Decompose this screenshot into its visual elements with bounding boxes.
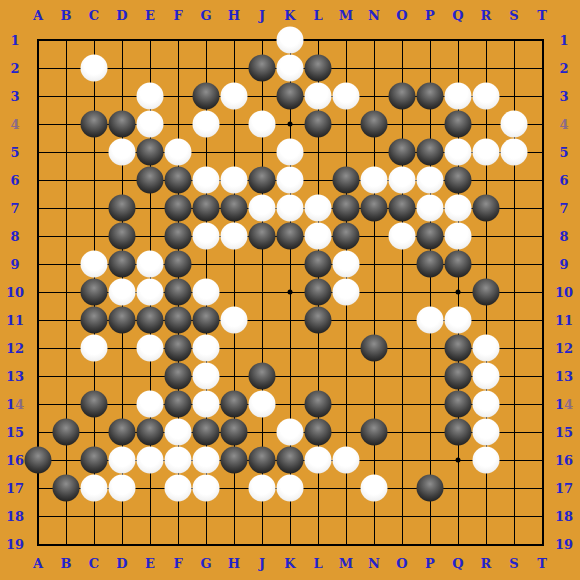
col-label-bottom-K: K (284, 557, 295, 570)
white-stone-D17 (109, 475, 136, 502)
white-stone-H11 (221, 307, 248, 334)
white-stone-G12 (193, 335, 220, 362)
white-stone-H8 (221, 223, 248, 250)
white-stone-G16 (193, 447, 220, 474)
col-label-bottom-S: S (509, 557, 518, 570)
white-stone-M10 (333, 279, 360, 306)
row-label-right-19: 19 (555, 538, 573, 551)
white-stone-D10 (109, 279, 136, 306)
col-label-top-K: K (284, 9, 295, 22)
black-stone-L15 (305, 419, 332, 446)
black-stone-E15 (137, 419, 164, 446)
black-stone-E5 (137, 139, 164, 166)
black-stone-P9 (417, 251, 444, 278)
col-label-top-D: D (116, 9, 127, 22)
black-stone-Q14 (445, 391, 472, 418)
black-stone-F10 (165, 279, 192, 306)
white-stone-C9 (81, 251, 108, 278)
white-stone-K17 (277, 475, 304, 502)
white-stone-D5 (109, 139, 136, 166)
col-label-top-F: F (173, 9, 182, 22)
white-stone-P7 (417, 195, 444, 222)
black-stone-D11 (109, 307, 136, 334)
row-label-right-5: 5 (559, 146, 568, 159)
row-label-left-14: 14 (6, 398, 24, 411)
white-stone-C17 (81, 475, 108, 502)
row-label-left-11: 11 (6, 314, 24, 327)
white-stone-D16 (109, 447, 136, 474)
white-stone-F15 (165, 419, 192, 446)
white-stone-K1 (277, 27, 304, 54)
white-stone-C2 (81, 55, 108, 82)
black-stone-E6 (137, 167, 164, 194)
black-stone-L14 (305, 391, 332, 418)
black-stone-A16 (25, 447, 52, 474)
white-stone-L8 (305, 223, 332, 250)
row-label-right-11: 11 (555, 314, 573, 327)
col-label-bottom-Q: Q (452, 557, 463, 570)
white-stone-K7 (277, 195, 304, 222)
black-stone-N12 (361, 335, 388, 362)
black-stone-B17 (53, 475, 80, 502)
row-label-right-7: 7 (559, 202, 568, 215)
black-stone-L2 (305, 55, 332, 82)
black-stone-Q6 (445, 167, 472, 194)
row-label-left-9: 9 (10, 258, 19, 271)
star-point-Q16 (456, 458, 461, 463)
black-stone-P5 (417, 139, 444, 166)
row-label-left-3: 3 (10, 90, 19, 103)
black-stone-J16 (249, 447, 276, 474)
black-stone-H16 (221, 447, 248, 474)
col-label-bottom-H: H (228, 557, 240, 570)
col-label-top-J: J (259, 9, 265, 22)
black-stone-D7 (109, 195, 136, 222)
row-label-right-10: 10 (555, 286, 573, 299)
black-stone-L4 (305, 111, 332, 138)
black-stone-C4 (81, 111, 108, 138)
white-stone-G13 (193, 363, 220, 390)
col-label-bottom-M: M (339, 557, 353, 570)
black-stone-F6 (165, 167, 192, 194)
col-label-bottom-G: G (200, 557, 211, 570)
black-stone-G7 (193, 195, 220, 222)
white-stone-Q5 (445, 139, 472, 166)
black-stone-D15 (109, 419, 136, 446)
white-stone-R3 (473, 83, 500, 110)
white-stone-Q11 (445, 307, 472, 334)
row-label-left-13: 13 (6, 370, 24, 383)
black-stone-O5 (389, 139, 416, 166)
row-label-left-4: 4 (10, 118, 19, 131)
black-stone-C11 (81, 307, 108, 334)
black-stone-C14 (81, 391, 108, 418)
col-label-bottom-N: N (368, 557, 380, 570)
black-stone-F12 (165, 335, 192, 362)
black-stone-H7 (221, 195, 248, 222)
black-stone-N7 (361, 195, 388, 222)
row-label-left-8: 8 (10, 230, 19, 243)
col-label-top-B: B (61, 9, 72, 22)
white-stone-J17 (249, 475, 276, 502)
row-label-left-5: 5 (10, 146, 19, 159)
white-stone-L7 (305, 195, 332, 222)
black-stone-Q4 (445, 111, 472, 138)
white-stone-R15 (473, 419, 500, 446)
white-stone-G17 (193, 475, 220, 502)
black-stone-C16 (81, 447, 108, 474)
white-stone-R12 (473, 335, 500, 362)
black-stone-D9 (109, 251, 136, 278)
black-stone-Q15 (445, 419, 472, 446)
black-stone-D4 (109, 111, 136, 138)
black-stone-K8 (277, 223, 304, 250)
row-label-right-3: 3 (559, 90, 568, 103)
black-stone-Q9 (445, 251, 472, 278)
white-stone-M9 (333, 251, 360, 278)
black-stone-P17 (417, 475, 444, 502)
white-stone-S4 (501, 111, 528, 138)
col-label-bottom-J: J (259, 557, 265, 570)
white-stone-E16 (137, 447, 164, 474)
black-stone-M7 (333, 195, 360, 222)
white-stone-G6 (193, 167, 220, 194)
white-stone-H3 (221, 83, 248, 110)
col-label-bottom-A: A (33, 557, 43, 570)
black-stone-J8 (249, 223, 276, 250)
white-stone-R5 (473, 139, 500, 166)
black-stone-G15 (193, 419, 220, 446)
row-label-right-6: 6 (559, 174, 568, 187)
white-stone-G4 (193, 111, 220, 138)
white-stone-K15 (277, 419, 304, 446)
white-stone-J7 (249, 195, 276, 222)
black-stone-M6 (333, 167, 360, 194)
white-stone-C12 (81, 335, 108, 362)
white-stone-F5 (165, 139, 192, 166)
black-stone-F13 (165, 363, 192, 390)
white-stone-E3 (137, 83, 164, 110)
black-stone-Q13 (445, 363, 472, 390)
white-stone-S5 (501, 139, 528, 166)
col-label-bottom-E: E (145, 557, 155, 570)
white-stone-E9 (137, 251, 164, 278)
black-stone-G11 (193, 307, 220, 334)
black-stone-H15 (221, 419, 248, 446)
white-stone-E12 (137, 335, 164, 362)
black-stone-F11 (165, 307, 192, 334)
row-label-right-18: 18 (555, 510, 573, 523)
black-stone-L9 (305, 251, 332, 278)
white-stone-Q8 (445, 223, 472, 250)
col-label-top-E: E (145, 9, 155, 22)
col-label-top-S: S (509, 9, 518, 22)
white-stone-L3 (305, 83, 332, 110)
black-stone-D8 (109, 223, 136, 250)
white-stone-R13 (473, 363, 500, 390)
row-label-left-19: 19 (6, 538, 24, 551)
black-stone-M8 (333, 223, 360, 250)
black-stone-O3 (389, 83, 416, 110)
white-stone-M16 (333, 447, 360, 474)
white-stone-G14 (193, 391, 220, 418)
row-label-right-2: 2 (559, 62, 568, 75)
white-stone-H6 (221, 167, 248, 194)
col-label-bottom-D: D (116, 557, 127, 570)
col-label-top-P: P (425, 9, 435, 22)
col-label-top-O: O (396, 9, 407, 22)
row-label-left-15: 15 (6, 426, 24, 439)
row-label-right-8: 8 (559, 230, 568, 243)
row-label-right-14: 14 (555, 398, 573, 411)
col-label-bottom-B: B (61, 557, 72, 570)
col-label-bottom-R: R (481, 557, 492, 570)
row-label-left-16: 16 (6, 454, 24, 467)
white-stone-M3 (333, 83, 360, 110)
black-stone-R7 (473, 195, 500, 222)
black-stone-Q12 (445, 335, 472, 362)
white-stone-P11 (417, 307, 444, 334)
black-stone-K16 (277, 447, 304, 474)
white-stone-E14 (137, 391, 164, 418)
white-stone-K5 (277, 139, 304, 166)
row-label-right-4: 4 (559, 118, 568, 131)
col-label-top-N: N (368, 9, 380, 22)
col-label-top-C: C (89, 9, 99, 22)
black-stone-F14 (165, 391, 192, 418)
col-label-bottom-F: F (173, 557, 182, 570)
col-label-top-H: H (228, 9, 240, 22)
row-label-left-6: 6 (10, 174, 19, 187)
black-stone-G3 (193, 83, 220, 110)
row-label-right-13: 13 (555, 370, 573, 383)
black-stone-J6 (249, 167, 276, 194)
white-stone-E10 (137, 279, 164, 306)
row-label-left-12: 12 (6, 342, 24, 355)
white-stone-N6 (361, 167, 388, 194)
star-point-K4 (288, 122, 293, 127)
go-app-window: AABBCCDDEEFFGGHHJJKKLLMMNNOOPPQQRRSSTT11… (0, 0, 580, 580)
black-stone-F7 (165, 195, 192, 222)
black-stone-J13 (249, 363, 276, 390)
col-label-top-M: M (339, 9, 353, 22)
white-stone-J4 (249, 111, 276, 138)
col-label-top-T: T (537, 9, 547, 22)
star-point-K10 (288, 290, 293, 295)
white-stone-K2 (277, 55, 304, 82)
row-label-left-2: 2 (10, 62, 19, 75)
black-stone-E11 (137, 307, 164, 334)
black-stone-K3 (277, 83, 304, 110)
col-label-bottom-P: P (425, 557, 435, 570)
black-stone-J2 (249, 55, 276, 82)
white-stone-E4 (137, 111, 164, 138)
white-stone-R16 (473, 447, 500, 474)
go-board[interactable]: AABBCCDDEEFFGGHHJJKKLLMMNNOOPPQQRRSSTT11… (0, 0, 580, 580)
white-stone-O8 (389, 223, 416, 250)
col-label-bottom-T: T (537, 557, 547, 570)
white-stone-O6 (389, 167, 416, 194)
row-label-left-17: 17 (6, 482, 24, 495)
white-stone-G8 (193, 223, 220, 250)
row-label-right-15: 15 (555, 426, 573, 439)
col-label-bottom-L: L (313, 557, 322, 570)
black-stone-F9 (165, 251, 192, 278)
col-label-top-G: G (200, 9, 211, 22)
white-stone-Q7 (445, 195, 472, 222)
white-stone-J14 (249, 391, 276, 418)
star-point-Q10 (456, 290, 461, 295)
row-label-right-1: 1 (559, 34, 568, 47)
white-stone-Q3 (445, 83, 472, 110)
white-stone-G10 (193, 279, 220, 306)
white-stone-R14 (473, 391, 500, 418)
row-label-right-12: 12 (555, 342, 573, 355)
row-label-left-10: 10 (6, 286, 24, 299)
black-stone-N15 (361, 419, 388, 446)
black-stone-O7 (389, 195, 416, 222)
row-label-left-1: 1 (10, 34, 19, 47)
row-label-right-16: 16 (555, 454, 573, 467)
black-stone-L10 (305, 279, 332, 306)
row-label-right-17: 17 (555, 482, 573, 495)
row-label-left-18: 18 (6, 510, 24, 523)
white-stone-F17 (165, 475, 192, 502)
col-label-top-L: L (313, 9, 322, 22)
col-label-top-A: A (33, 9, 43, 22)
black-stone-R10 (473, 279, 500, 306)
col-label-top-R: R (481, 9, 492, 22)
black-stone-F8 (165, 223, 192, 250)
black-stone-P3 (417, 83, 444, 110)
white-stone-F16 (165, 447, 192, 474)
col-label-bottom-C: C (89, 557, 99, 570)
row-label-right-9: 9 (559, 258, 568, 271)
black-stone-N4 (361, 111, 388, 138)
col-label-bottom-O: O (396, 557, 407, 570)
white-stone-P6 (417, 167, 444, 194)
white-stone-K6 (277, 167, 304, 194)
row-label-left-7: 7 (10, 202, 19, 215)
col-label-top-Q: Q (452, 9, 463, 22)
black-stone-H14 (221, 391, 248, 418)
black-stone-L11 (305, 307, 332, 334)
black-stone-B15 (53, 419, 80, 446)
black-stone-P8 (417, 223, 444, 250)
white-stone-L16 (305, 447, 332, 474)
black-stone-C10 (81, 279, 108, 306)
white-stone-N17 (361, 475, 388, 502)
